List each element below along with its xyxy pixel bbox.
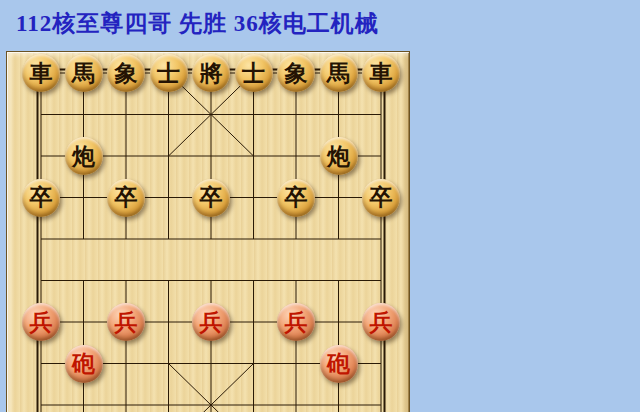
piece-black-general[interactable]: 將 — [192, 54, 230, 92]
piece-red-soldier[interactable]: 兵 — [192, 303, 230, 341]
piece-black-horse[interactable]: 馬 — [320, 54, 358, 92]
piece-black-advisor[interactable]: 士 — [235, 54, 273, 92]
piece-black-soldier[interactable]: 卒 — [192, 179, 230, 217]
piece-black-soldier[interactable]: 卒 — [362, 179, 400, 217]
piece-black-cannon[interactable]: 炮 — [65, 137, 103, 175]
match-title: 112核至尊四哥 先胜 36核电工机械 — [16, 8, 379, 39]
piece-black-soldier[interactable]: 卒 — [22, 179, 60, 217]
piece-black-chariot[interactable]: 車 — [362, 54, 400, 92]
piece-black-elephant[interactable]: 象 — [107, 54, 145, 92]
piece-black-cannon[interactable]: 炮 — [320, 137, 358, 175]
piece-red-soldier[interactable]: 兵 — [107, 303, 145, 341]
piece-red-soldier[interactable]: 兵 — [362, 303, 400, 341]
piece-black-advisor[interactable]: 士 — [150, 54, 188, 92]
piece-black-elephant[interactable]: 象 — [277, 54, 315, 92]
piece-black-chariot[interactable]: 車 — [22, 54, 60, 92]
xiangqi-board[interactable]: 車馬象士將士象馬車炮炮卒卒卒卒卒兵兵兵兵兵砲砲 — [6, 51, 410, 412]
piece-red-cannon[interactable]: 砲 — [320, 345, 358, 383]
piece-red-cannon[interactable]: 砲 — [65, 345, 103, 383]
piece-black-soldier[interactable]: 卒 — [107, 179, 145, 217]
piece-black-horse[interactable]: 馬 — [65, 54, 103, 92]
piece-black-soldier[interactable]: 卒 — [277, 179, 315, 217]
piece-red-soldier[interactable]: 兵 — [277, 303, 315, 341]
piece-red-soldier[interactable]: 兵 — [22, 303, 60, 341]
